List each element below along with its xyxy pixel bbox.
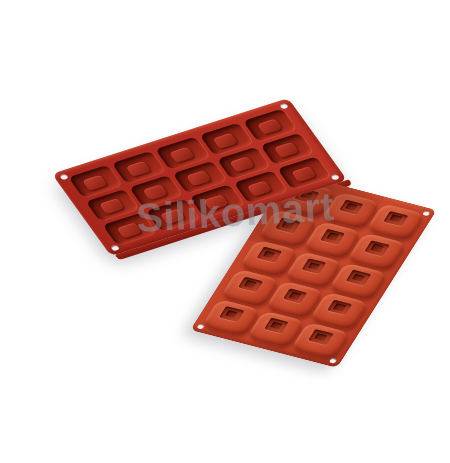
dome-indent: [320, 229, 345, 245]
dome-indent: [365, 240, 390, 256]
cavity: [277, 157, 330, 190]
dome-indent: [219, 306, 244, 322]
dome-indent: [257, 247, 282, 263]
dome-indent: [346, 270, 371, 286]
dome-indent: [283, 288, 308, 304]
dome-indent: [339, 199, 364, 215]
cavity: [146, 199, 199, 232]
dome-indent: [238, 277, 263, 293]
dome-indent: [302, 258, 327, 274]
dome-indent: [384, 211, 409, 227]
cavity: [103, 213, 156, 246]
cavity: [190, 185, 243, 218]
product-photo: Silikomart: [0, 0, 450, 463]
dome-indent: [328, 300, 353, 316]
dome-indent: [309, 329, 334, 345]
dome-indent: [264, 318, 289, 334]
cavity: [234, 171, 287, 204]
dome-indent: [276, 217, 301, 233]
